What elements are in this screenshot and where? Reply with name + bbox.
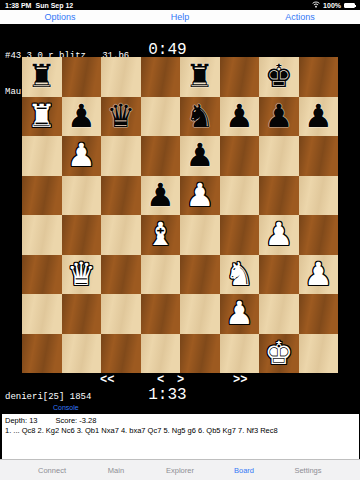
- white-pawn: ♟: [62, 136, 102, 176]
- square-h1[interactable]: [299, 334, 339, 374]
- square-b2[interactable]: [62, 294, 102, 334]
- black-pawn: ♟: [180, 136, 220, 176]
- black-rook: ♜: [22, 57, 62, 97]
- tab-explorer[interactable]: Explorer: [148, 466, 212, 475]
- top-player-clock: 0:49: [148, 44, 186, 56]
- square-g8[interactable]: ♚: [259, 57, 299, 97]
- tab-board[interactable]: Board: [212, 466, 276, 475]
- white-king: ♚: [259, 334, 299, 374]
- square-e8[interactable]: ♜: [180, 57, 220, 97]
- square-d6[interactable]: [141, 136, 181, 176]
- square-d1[interactable]: [141, 334, 181, 374]
- white-queen: ♛: [62, 255, 102, 295]
- square-b5[interactable]: [62, 176, 102, 216]
- square-h7[interactable]: ♟: [299, 97, 339, 137]
- square-a3[interactable]: [22, 255, 62, 295]
- square-d5[interactable]: ♟: [141, 176, 181, 216]
- black-pawn: ♟: [62, 97, 102, 137]
- bottom-hud: << < > >> denieri[25] 1854 1:33: [0, 373, 360, 404]
- square-c4[interactable]: [101, 215, 141, 255]
- square-a1[interactable]: [22, 334, 62, 374]
- square-g3[interactable]: [259, 255, 299, 295]
- square-e1[interactable]: [180, 334, 220, 374]
- white-pawn: ♟: [220, 294, 260, 334]
- square-f7[interactable]: ♟: [220, 97, 260, 137]
- black-pawn: ♟: [220, 97, 260, 137]
- square-g2[interactable]: [259, 294, 299, 334]
- square-b1[interactable]: [62, 334, 102, 374]
- square-g1[interactable]: ♚: [259, 334, 299, 374]
- square-f1[interactable]: [220, 334, 260, 374]
- tab-settings[interactable]: Settings: [276, 466, 340, 475]
- square-b7[interactable]: ♟: [62, 97, 102, 137]
- board-area: ♜♜♚♜♟♛♞♟♟♟♟♟♟♟♝♟♛♞♟♟♚: [0, 57, 360, 373]
- square-a5[interactable]: [22, 176, 62, 216]
- white-pawn: ♟: [180, 176, 220, 216]
- square-c1[interactable]: [101, 334, 141, 374]
- jump-to-start-button[interactable]: <<: [100, 373, 114, 387]
- square-e5[interactable]: ♟: [180, 176, 220, 216]
- square-h3[interactable]: ♟: [299, 255, 339, 295]
- square-h4[interactable]: [299, 215, 339, 255]
- tab-connect[interactable]: Connect: [20, 466, 84, 475]
- square-c6[interactable]: [101, 136, 141, 176]
- black-pawn: ♟: [299, 97, 339, 137]
- wifi-icon: [312, 1, 320, 9]
- square-e2[interactable]: [180, 294, 220, 334]
- step-back-button[interactable]: <: [157, 373, 164, 387]
- square-c2[interactable]: [101, 294, 141, 334]
- square-h8[interactable]: [299, 57, 339, 97]
- square-c3[interactable]: [101, 255, 141, 295]
- square-b6[interactable]: ♟: [62, 136, 102, 176]
- engine-score: Score: -3.28: [56, 416, 97, 426]
- square-a2[interactable]: [22, 294, 62, 334]
- square-f5[interactable]: [220, 176, 260, 216]
- menu-item-actions[interactable]: Actions: [240, 12, 360, 22]
- square-a6[interactable]: [22, 136, 62, 176]
- square-h6[interactable]: [299, 136, 339, 176]
- white-pawn: ♟: [259, 215, 299, 255]
- square-d8[interactable]: [141, 57, 181, 97]
- chess-board[interactable]: ♜♜♚♜♟♛♞♟♟♟♟♟♟♟♝♟♛♞♟♟♚: [22, 57, 338, 373]
- black-knight: ♞: [180, 97, 220, 137]
- white-pawn: ♟: [299, 255, 339, 295]
- square-g6[interactable]: [259, 136, 299, 176]
- square-a8[interactable]: ♜: [22, 57, 62, 97]
- tab-main[interactable]: Main: [84, 466, 148, 475]
- tab-bar: ConnectMainExplorerBoardSettings: [0, 459, 360, 480]
- square-a4[interactable]: [22, 215, 62, 255]
- status-time: 1:38 PM: [5, 2, 31, 9]
- square-e6[interactable]: ♟: [180, 136, 220, 176]
- bottom-player-name: denieri[25] 1854: [5, 392, 91, 402]
- square-g7[interactable]: ♟: [259, 97, 299, 137]
- square-c8[interactable]: [101, 57, 141, 97]
- white-knight: ♞: [220, 255, 260, 295]
- square-e7[interactable]: ♞: [180, 97, 220, 137]
- black-pawn: ♟: [141, 176, 181, 216]
- status-bar: 1:38 PM Sun Sep 12 100%: [0, 0, 360, 10]
- square-c7[interactable]: ♛: [101, 97, 141, 137]
- square-f4[interactable]: [220, 215, 260, 255]
- square-c5[interactable]: [101, 176, 141, 216]
- game-header: #43 3 0 r blitz 31.b6 Maurian[28] 1944 0…: [0, 24, 360, 57]
- square-g4[interactable]: ♟: [259, 215, 299, 255]
- white-rook: ♜: [22, 97, 62, 137]
- engine-analysis-line: 1. ... Qc8 2. Kg2 Nc6 3. Qb1 Nxa7 4. bxa…: [5, 426, 356, 436]
- console-link[interactable]: Console: [53, 404, 79, 412]
- menu-bar: OptionsHelpActions: [0, 10, 360, 24]
- square-h2[interactable]: [299, 294, 339, 334]
- square-a7[interactable]: ♜: [22, 97, 62, 137]
- black-king: ♚: [259, 57, 299, 97]
- battery-percent: 100%: [323, 2, 341, 9]
- chess-app-window: 1:38 PM Sun Sep 12 100% OptionsHelpActio…: [0, 0, 360, 480]
- square-b8[interactable]: [62, 57, 102, 97]
- square-b4[interactable]: [62, 215, 102, 255]
- square-e3[interactable]: [180, 255, 220, 295]
- square-e4[interactable]: [180, 215, 220, 255]
- console-link-row: Console: [0, 404, 360, 413]
- menu-item-help[interactable]: Help: [120, 12, 240, 22]
- square-d3[interactable]: [141, 255, 181, 295]
- square-d2[interactable]: [141, 294, 181, 334]
- black-queen: ♛: [101, 97, 141, 137]
- black-pawn: ♟: [259, 97, 299, 137]
- jump-to-end-button[interactable]: >>: [233, 373, 247, 387]
- square-b3[interactable]: ♛: [62, 255, 102, 295]
- engine-depth: Depth: 13: [5, 416, 38, 426]
- menu-item-options[interactable]: Options: [0, 12, 120, 22]
- square-f6[interactable]: [220, 136, 260, 176]
- black-rook: ♜: [180, 57, 220, 97]
- status-date: Sun Sep 12: [35, 2, 73, 9]
- step-forward-button[interactable]: >: [177, 373, 184, 387]
- battery-icon: [344, 3, 355, 8]
- square-f2[interactable]: ♟: [220, 294, 260, 334]
- square-d4[interactable]: ♝: [141, 215, 181, 255]
- square-f3[interactable]: ♞: [220, 255, 260, 295]
- square-g5[interactable]: [259, 176, 299, 216]
- square-d7[interactable]: [141, 97, 181, 137]
- white-bishop: ♝: [141, 215, 181, 255]
- square-h5[interactable]: [299, 176, 339, 216]
- square-f8[interactable]: [220, 57, 260, 97]
- engine-console-panel: Depth: 13 Score: -3.28 1. ... Qc8 2. Kg2…: [0, 413, 360, 459]
- bottom-player-clock: 1:33: [148, 386, 186, 404]
